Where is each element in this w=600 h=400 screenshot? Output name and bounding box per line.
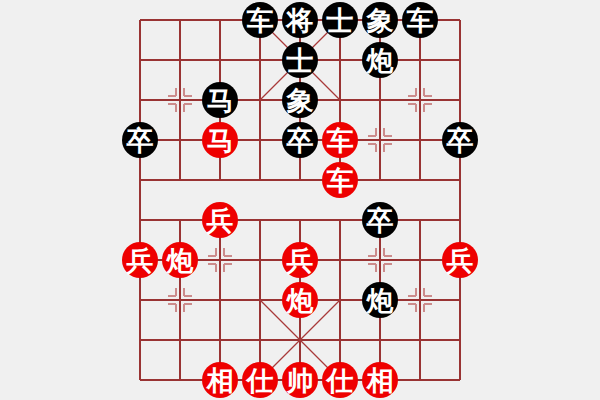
piece-black-soldier[interactable]: 卒 — [122, 122, 158, 158]
piece-red-chariot[interactable]: 车 — [322, 162, 358, 198]
piece-black-advisor[interactable]: 士 — [322, 2, 358, 38]
piece-black-cannon[interactable]: 炮 — [362, 282, 398, 318]
piece-black-advisor[interactable]: 士 — [282, 42, 318, 78]
piece-black-soldier[interactable]: 卒 — [442, 122, 478, 158]
piece-red-soldier[interactable]: 兵 — [442, 242, 478, 278]
piece-red-chariot[interactable]: 车 — [322, 122, 358, 158]
xiangqi-board[interactable]: 车将士象车士炮马象卒马卒车卒车兵卒兵炮兵兵炮炮相仕帅仕相 — [0, 0, 600, 400]
piece-red-elephant[interactable]: 相 — [202, 362, 238, 398]
piece-black-elephant[interactable]: 象 — [282, 82, 318, 118]
piece-black-soldier[interactable]: 卒 — [282, 122, 318, 158]
piece-red-soldier[interactable]: 兵 — [122, 242, 158, 278]
piece-red-horse[interactable]: 马 — [202, 122, 238, 158]
piece-black-general[interactable]: 将 — [282, 2, 318, 38]
piece-black-cannon[interactable]: 炮 — [362, 42, 398, 78]
piece-red-cannon[interactable]: 炮 — [282, 282, 318, 318]
piece-black-soldier[interactable]: 卒 — [362, 202, 398, 238]
piece-black-elephant[interactable]: 象 — [362, 2, 398, 38]
piece-red-elephant[interactable]: 相 — [362, 362, 398, 398]
piece-red-cannon[interactable]: 炮 — [162, 242, 198, 278]
piece-red-soldier[interactable]: 兵 — [282, 242, 318, 278]
piece-red-soldier[interactable]: 兵 — [202, 202, 238, 238]
piece-black-chariot[interactable]: 车 — [402, 2, 438, 38]
piece-red-general[interactable]: 帅 — [282, 362, 318, 398]
piece-red-advisor[interactable]: 仕 — [242, 362, 278, 398]
piece-red-advisor[interactable]: 仕 — [322, 362, 358, 398]
piece-black-chariot[interactable]: 车 — [242, 2, 278, 38]
piece-black-horse[interactable]: 马 — [202, 82, 238, 118]
